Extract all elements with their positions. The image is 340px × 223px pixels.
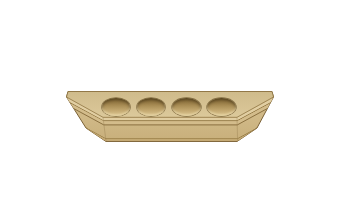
mancala-tray bbox=[0, 0, 340, 223]
pit-grid bbox=[98, 98, 239, 117]
pit-3[interactable] bbox=[172, 98, 201, 116]
pit-1[interactable] bbox=[102, 98, 131, 116]
pit-2[interactable] bbox=[137, 98, 166, 116]
photo-canvas bbox=[0, 0, 340, 223]
pit-4[interactable] bbox=[207, 98, 236, 116]
